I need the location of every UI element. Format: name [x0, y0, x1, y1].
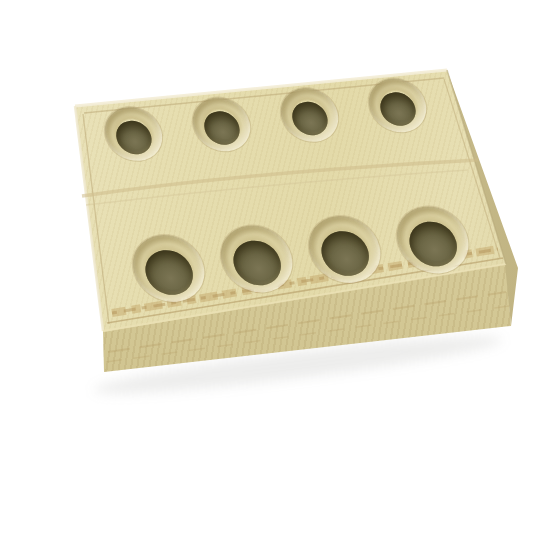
pit-r0-c0[interactable] — [97, 103, 169, 165]
pit-r0-c2[interactable] — [273, 84, 345, 146]
pit-hole — [140, 248, 198, 297]
product-photo-canvas — [0, 0, 550, 550]
pit-hole — [228, 238, 286, 287]
pit-r0-c1[interactable] — [185, 94, 257, 156]
pit-hole — [289, 100, 332, 137]
pit-hole — [113, 119, 156, 156]
pit-r1-c2[interactable] — [299, 211, 388, 287]
pit-r0-c3[interactable] — [361, 75, 433, 137]
pit-hole — [377, 91, 420, 128]
pit-r1-c1[interactable] — [211, 220, 300, 296]
pit-hole — [201, 110, 244, 147]
pit-r1-c0[interactable] — [123, 230, 212, 306]
pit-grid — [72, 34, 494, 340]
pit-r1-c3[interactable] — [387, 201, 476, 277]
pit-hole — [316, 229, 374, 278]
pit-hole — [404, 219, 462, 268]
